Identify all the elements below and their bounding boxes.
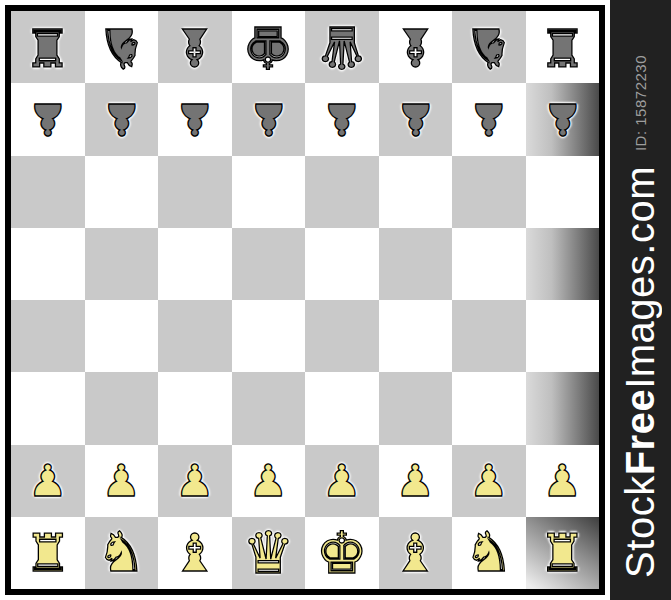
watermark-id-text: ID: 15872230: [632, 55, 649, 151]
square-g8[interactable]: ♞: [452, 11, 526, 83]
square-b4[interactable]: [85, 300, 159, 372]
piece-black-pawn[interactable]: ♟: [28, 97, 67, 141]
square-e5[interactable]: [305, 228, 379, 300]
square-a4[interactable]: [11, 300, 85, 372]
square-b8[interactable]: ♞: [85, 11, 159, 83]
piece-black-pawn[interactable]: ♟: [322, 97, 361, 141]
board-frame: ♜♞♝♚♛♝♞♜♟♟♟♟♟♟♟♟♟♟♟♟♟♟♟♟♜♞♝♛♚♝♞♜: [5, 5, 605, 595]
watermark-brand-text: StockFreeImages.com: [618, 166, 663, 578]
piece-white-pawn[interactable]: ♟: [469, 459, 508, 503]
square-e8[interactable]: ♛: [305, 11, 379, 83]
watermark-id-box: ID: 15872230: [610, 48, 671, 158]
square-e2[interactable]: ♟: [305, 445, 379, 517]
piece-white-knight[interactable]: ♞: [464, 525, 513, 580]
piece-white-queen[interactable]: ♛: [242, 524, 294, 582]
square-h4[interactable]: [526, 300, 600, 372]
square-g3[interactable]: [452, 372, 526, 444]
square-a3[interactable]: [11, 372, 85, 444]
watermark-brand-box: StockFreeImages.com: [610, 146, 671, 598]
square-h3[interactable]: [526, 372, 600, 444]
square-h7[interactable]: ♟: [526, 83, 600, 155]
square-d4[interactable]: [232, 300, 306, 372]
square-e6[interactable]: [305, 156, 379, 228]
square-b5[interactable]: [85, 228, 159, 300]
square-d1[interactable]: ♛: [232, 517, 306, 589]
piece-black-bishop[interactable]: ♝: [171, 21, 218, 73]
square-c3[interactable]: [158, 372, 232, 444]
square-f5[interactable]: [379, 228, 453, 300]
piece-black-bishop[interactable]: ♝: [392, 21, 439, 73]
piece-black-pawn[interactable]: ♟: [469, 97, 508, 141]
square-d8[interactable]: ♚: [232, 11, 306, 83]
square-f4[interactable]: [379, 300, 453, 372]
square-d5[interactable]: [232, 228, 306, 300]
square-h2[interactable]: ♟: [526, 445, 600, 517]
square-a2[interactable]: ♟: [11, 445, 85, 517]
piece-white-pawn[interactable]: ♟: [102, 459, 141, 503]
brand-free: Free: [618, 389, 662, 476]
piece-white-knight[interactable]: ♞: [97, 525, 146, 580]
piece-white-king[interactable]: ♚: [316, 524, 368, 582]
square-c6[interactable]: [158, 156, 232, 228]
piece-white-pawn[interactable]: ♟: [543, 459, 582, 503]
square-h8[interactable]: ♜: [526, 11, 600, 83]
square-f1[interactable]: ♝: [379, 517, 453, 589]
square-c5[interactable]: [158, 228, 232, 300]
watermark-sidebar: ID: 15872230 StockFreeImages.com: [610, 0, 671, 600]
piece-black-king[interactable]: ♚: [242, 18, 294, 76]
piece-black-pawn[interactable]: ♟: [396, 97, 435, 141]
piece-black-pawn[interactable]: ♟: [102, 97, 141, 141]
square-c7[interactable]: ♟: [158, 83, 232, 155]
square-e1[interactable]: ♚: [305, 517, 379, 589]
piece-white-pawn[interactable]: ♟: [249, 459, 288, 503]
square-g7[interactable]: ♟: [452, 83, 526, 155]
square-e7[interactable]: ♟: [305, 83, 379, 155]
square-g4[interactable]: [452, 300, 526, 372]
square-g6[interactable]: [452, 156, 526, 228]
square-d3[interactable]: [232, 372, 306, 444]
square-b3[interactable]: [85, 372, 159, 444]
square-b2[interactable]: ♟: [85, 445, 159, 517]
square-a7[interactable]: ♟: [11, 83, 85, 155]
square-e3[interactable]: [305, 372, 379, 444]
chess-board-photo: ♜♞♝♚♛♝♞♜♟♟♟♟♟♟♟♟♟♟♟♟♟♟♟♟♜♞♝♛♚♝♞♜: [0, 0, 610, 600]
piece-black-pawn[interactable]: ♟: [543, 97, 582, 141]
square-a1[interactable]: ♜: [11, 517, 85, 589]
square-f6[interactable]: [379, 156, 453, 228]
piece-black-knight[interactable]: ♞: [97, 20, 146, 75]
piece-black-pawn[interactable]: ♟: [249, 97, 288, 141]
square-c4[interactable]: [158, 300, 232, 372]
square-c8[interactable]: ♝: [158, 11, 232, 83]
square-d7[interactable]: ♟: [232, 83, 306, 155]
square-b7[interactable]: ♟: [85, 83, 159, 155]
square-f8[interactable]: ♝: [379, 11, 453, 83]
square-a5[interactable]: [11, 228, 85, 300]
brand-images: Images.com: [618, 166, 662, 389]
square-c2[interactable]: ♟: [158, 445, 232, 517]
piece-white-bishop[interactable]: ♝: [171, 527, 218, 579]
piece-white-pawn[interactable]: ♟: [175, 459, 214, 503]
piece-white-rook[interactable]: ♜: [539, 527, 586, 579]
piece-black-rook[interactable]: ♜: [24, 21, 71, 73]
piece-white-bishop[interactable]: ♝: [392, 527, 439, 579]
square-d6[interactable]: [232, 156, 306, 228]
square-h1[interactable]: ♜: [526, 517, 600, 589]
square-g5[interactable]: [452, 228, 526, 300]
board-grid: ♜♞♝♚♛♝♞♜♟♟♟♟♟♟♟♟♟♟♟♟♟♟♟♟♜♞♝♛♚♝♞♜: [11, 11, 599, 589]
square-a8[interactable]: ♜: [11, 11, 85, 83]
piece-white-pawn[interactable]: ♟: [396, 459, 435, 503]
square-e4[interactable]: [305, 300, 379, 372]
square-g2[interactable]: ♟: [452, 445, 526, 517]
piece-white-pawn[interactable]: ♟: [28, 459, 67, 503]
square-h6[interactable]: [526, 156, 600, 228]
square-f3[interactable]: [379, 372, 453, 444]
square-f7[interactable]: ♟: [379, 83, 453, 155]
square-f2[interactable]: ♟: [379, 445, 453, 517]
brand-stock: Stock: [618, 475, 662, 578]
piece-white-pawn[interactable]: ♟: [322, 459, 361, 503]
piece-black-queen[interactable]: ♛: [316, 18, 368, 76]
piece-black-pawn[interactable]: ♟: [175, 97, 214, 141]
square-c1[interactable]: ♝: [158, 517, 232, 589]
piece-white-rook[interactable]: ♜: [24, 527, 71, 579]
square-d2[interactable]: ♟: [232, 445, 306, 517]
square-a6[interactable]: [11, 156, 85, 228]
square-g1[interactable]: ♞: [452, 517, 526, 589]
piece-black-knight[interactable]: ♞: [464, 20, 513, 75]
square-h5[interactable]: [526, 228, 600, 300]
square-b6[interactable]: [85, 156, 159, 228]
piece-black-rook[interactable]: ♜: [539, 21, 586, 73]
square-b1[interactable]: ♞: [85, 517, 159, 589]
